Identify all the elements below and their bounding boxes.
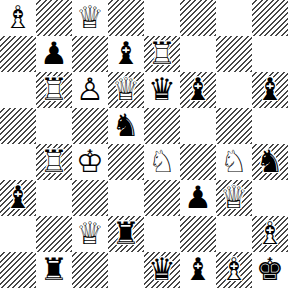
piece-white-rook-icon: ♖ (36, 144, 72, 180)
piece-backing: ♝ (252, 72, 288, 108)
piece-white-rook-icon: ♖ (144, 36, 180, 72)
square-d5[interactable]: ♞♞ (108, 108, 144, 144)
square-g1[interactable]: ♝♗ (216, 252, 252, 288)
piece-white-bishop-icon: ♗ (0, 0, 36, 36)
square-h3[interactable] (252, 180, 288, 216)
piece-white-rook-icon: ♖ (36, 72, 72, 108)
piece-white-queen-icon: ♕ (72, 216, 108, 252)
square-h7[interactable] (252, 36, 288, 72)
square-f4[interactable] (180, 144, 216, 180)
square-d8[interactable] (108, 0, 144, 36)
square-c2[interactable]: ♛♕ (72, 216, 108, 252)
piece-backing: ♛ (72, 0, 108, 36)
piece-backing: ♝ (108, 36, 144, 72)
square-h2[interactable]: ♝♗ (252, 216, 288, 252)
square-b4[interactable]: ♜♖ (36, 144, 72, 180)
square-f5[interactable] (180, 108, 216, 144)
square-c3[interactable] (72, 180, 108, 216)
square-a8[interactable]: ♝♗ (0, 0, 36, 36)
piece-black-bishop-icon: ♝ (180, 72, 216, 108)
square-e4[interactable]: ♞♘ (144, 144, 180, 180)
square-b2[interactable] (36, 216, 72, 252)
square-g8[interactable] (216, 0, 252, 36)
square-a6[interactable] (0, 72, 36, 108)
piece-backing: ♜ (108, 216, 144, 252)
square-e6[interactable]: ♛♛ (144, 72, 180, 108)
piece-backing: ♚ (72, 144, 108, 180)
square-a7[interactable] (0, 36, 36, 72)
square-f2[interactable] (180, 216, 216, 252)
square-d3[interactable] (108, 180, 144, 216)
square-h5[interactable] (252, 108, 288, 144)
piece-black-queen-icon: ♛ (144, 252, 180, 288)
square-f8[interactable] (180, 0, 216, 36)
square-h8[interactable] (252, 0, 288, 36)
square-d7[interactable]: ♝♝ (108, 36, 144, 72)
square-g5[interactable] (216, 108, 252, 144)
piece-black-bishop-icon: ♝ (180, 252, 216, 288)
square-c6[interactable]: ♟♙ (72, 72, 108, 108)
piece-backing: ♝ (0, 0, 36, 36)
piece-backing: ♛ (144, 72, 180, 108)
square-f3[interactable]: ♟♟ (180, 180, 216, 216)
square-a3[interactable]: ♝♝ (0, 180, 36, 216)
chess-board-wrap: ♝♗♛♕♟♟♝♝♜♖♜♖♟♙♛♕♛♛♝♝♝♝♞♞♜♖♚♔♞♘♞♘♞♞♝♝♟♟♛♕… (0, 0, 288, 288)
square-e7[interactable]: ♜♖ (144, 36, 180, 72)
square-b7[interactable]: ♟♟ (36, 36, 72, 72)
square-h4[interactable]: ♞♞ (252, 144, 288, 180)
piece-white-queen-icon: ♕ (108, 72, 144, 108)
square-c4[interactable]: ♚♔ (72, 144, 108, 180)
square-f7[interactable] (180, 36, 216, 72)
square-a5[interactable] (0, 108, 36, 144)
piece-backing: ♝ (252, 216, 288, 252)
square-h1[interactable]: ♚♚ (252, 252, 288, 288)
square-g3[interactable]: ♛♕ (216, 180, 252, 216)
square-d1[interactable] (108, 252, 144, 288)
piece-backing: ♞ (252, 144, 288, 180)
square-c5[interactable] (72, 108, 108, 144)
piece-black-knight-icon: ♞ (108, 108, 144, 144)
square-c1[interactable] (72, 252, 108, 288)
square-d2[interactable]: ♜♜ (108, 216, 144, 252)
square-f1[interactable]: ♝♝ (180, 252, 216, 288)
piece-backing: ♞ (108, 108, 144, 144)
square-c8[interactable]: ♛♕ (72, 0, 108, 36)
piece-white-queen-icon: ♕ (72, 0, 108, 36)
piece-backing: ♛ (108, 72, 144, 108)
piece-backing: ♛ (144, 252, 180, 288)
piece-black-pawn-icon: ♟ (36, 36, 72, 72)
square-h6[interactable]: ♝♝ (252, 72, 288, 108)
piece-backing: ♟ (72, 72, 108, 108)
chess-board: ♝♗♛♕♟♟♝♝♜♖♜♖♟♙♛♕♛♛♝♝♝♝♞♞♜♖♚♔♞♘♞♘♞♞♝♝♟♟♛♕… (0, 0, 288, 288)
square-f6[interactable]: ♝♝ (180, 72, 216, 108)
piece-backing: ♝ (0, 180, 36, 216)
piece-backing: ♟ (36, 36, 72, 72)
piece-white-queen-icon: ♕ (216, 180, 252, 216)
piece-white-bishop-icon: ♗ (216, 252, 252, 288)
piece-backing: ♞ (216, 144, 252, 180)
square-e1[interactable]: ♛♛ (144, 252, 180, 288)
piece-black-bishop-icon: ♝ (108, 36, 144, 72)
square-a1[interactable] (0, 252, 36, 288)
square-a2[interactable] (0, 216, 36, 252)
piece-black-knight-icon: ♞ (252, 144, 288, 180)
piece-white-knight-icon: ♘ (144, 144, 180, 180)
square-g7[interactable] (216, 36, 252, 72)
square-g6[interactable] (216, 72, 252, 108)
square-b1[interactable]: ♜♜ (36, 252, 72, 288)
piece-black-rook-icon: ♜ (108, 216, 144, 252)
piece-black-bishop-icon: ♝ (252, 72, 288, 108)
square-b5[interactable] (36, 108, 72, 144)
piece-black-queen-icon: ♛ (144, 72, 180, 108)
square-b3[interactable] (36, 180, 72, 216)
square-d4[interactable] (108, 144, 144, 180)
piece-backing: ♝ (180, 252, 216, 288)
piece-black-king-icon: ♚ (252, 252, 288, 288)
piece-backing: ♛ (216, 180, 252, 216)
piece-backing: ♜ (144, 36, 180, 72)
piece-white-bishop-icon: ♗ (252, 216, 288, 252)
square-e2[interactable] (144, 216, 180, 252)
piece-backing: ♝ (180, 72, 216, 108)
piece-black-bishop-icon: ♝ (0, 180, 36, 216)
square-b6[interactable]: ♜♖ (36, 72, 72, 108)
piece-backing: ♜ (36, 72, 72, 108)
piece-backing: ♜ (36, 252, 72, 288)
square-b8[interactable] (36, 0, 72, 36)
piece-white-knight-icon: ♘ (216, 144, 252, 180)
square-e8[interactable] (144, 0, 180, 36)
piece-backing: ♜ (36, 144, 72, 180)
piece-black-rook-icon: ♜ (36, 252, 72, 288)
piece-backing: ♝ (216, 252, 252, 288)
square-a4[interactable] (0, 144, 36, 180)
piece-white-pawn-icon: ♙ (72, 72, 108, 108)
piece-backing: ♛ (72, 216, 108, 252)
piece-white-king-icon: ♔ (72, 144, 108, 180)
square-c7[interactable] (72, 36, 108, 72)
piece-backing: ♟ (180, 180, 216, 216)
piece-backing: ♞ (144, 144, 180, 180)
piece-backing: ♚ (252, 252, 288, 288)
square-d6[interactable]: ♛♕ (108, 72, 144, 108)
square-e3[interactable] (144, 180, 180, 216)
piece-black-pawn-icon: ♟ (180, 180, 216, 216)
square-e5[interactable] (144, 108, 180, 144)
square-g4[interactable]: ♞♘ (216, 144, 252, 180)
square-g2[interactable] (216, 216, 252, 252)
